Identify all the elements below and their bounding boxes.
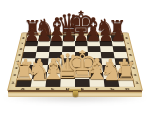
square-b1 — [31, 79, 47, 87]
square-h1 — [118, 79, 134, 87]
coordinate-label: 2 — [131, 72, 139, 79]
square-c3 — [47, 65, 61, 72]
square-c1 — [45, 79, 60, 87]
board-3d: ABCDEFGH ABCDEFGH 87654321 87654321 — [7, 32, 143, 91]
clasp-tongue — [73, 91, 78, 96]
square-d2 — [61, 72, 75, 79]
square-b2 — [32, 72, 47, 79]
brass-clasp-icon — [68, 88, 82, 98]
square-f1 — [89, 79, 104, 87]
square-b3 — [33, 65, 48, 72]
square-g2 — [103, 72, 118, 79]
square-h2 — [117, 72, 133, 79]
square-a2 — [18, 72, 34, 79]
square-g1 — [104, 79, 120, 87]
square-h3 — [116, 65, 131, 72]
square-f3 — [89, 65, 103, 72]
square-g3 — [102, 65, 117, 72]
square-c2 — [46, 72, 61, 79]
square-d1 — [60, 79, 75, 87]
square-a1 — [16, 79, 32, 87]
square-d3 — [61, 65, 75, 72]
coordinate-label: 3 — [130, 65, 138, 72]
square-a3 — [19, 65, 34, 72]
square-e1 — [75, 79, 90, 87]
coordinate-label: 1 — [133, 79, 142, 87]
square-e3 — [75, 65, 89, 72]
board-grid — [16, 35, 134, 86]
square-f2 — [89, 72, 104, 79]
chess-set-photo: ABCDEFGH ABCDEFGH 87654321 87654321 ♜♞♝♛… — [0, 0, 150, 120]
square-e2 — [75, 72, 89, 79]
